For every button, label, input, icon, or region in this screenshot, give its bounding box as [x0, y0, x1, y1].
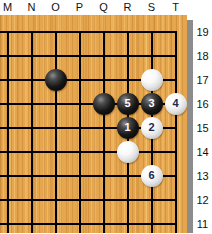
- move-number: 6: [148, 170, 154, 181]
- move-number: 5: [124, 98, 130, 109]
- stone-s16[interactable]: 3: [141, 93, 163, 115]
- move-number: 1: [124, 122, 130, 133]
- row-label-14: 14: [193, 144, 212, 160]
- row-label-15: 15: [193, 120, 212, 136]
- move-number: 3: [148, 98, 154, 109]
- stones-grid: 534126: [0, 20, 188, 234]
- column-label-n: N: [22, 0, 42, 15]
- column-label-o: O: [46, 0, 66, 15]
- row-label-18: 18: [193, 48, 212, 64]
- column-label-q: Q: [94, 0, 114, 15]
- stone-s13[interactable]: 6: [141, 165, 163, 187]
- stone-r15[interactable]: 1: [117, 117, 139, 139]
- row-label-17: 17: [193, 72, 212, 88]
- row-label-16: 16: [193, 96, 212, 112]
- board-shadow: [187, 20, 193, 233]
- column-label-r: R: [118, 0, 138, 15]
- move-number: 2: [148, 122, 154, 133]
- stone-t16[interactable]: 4: [165, 93, 187, 115]
- column-label-p: P: [70, 0, 90, 15]
- go-board-diagram: MNOPQRST 191817161514131211 534126: [0, 0, 212, 233]
- stone-s17[interactable]: [141, 69, 163, 91]
- stone-r14[interactable]: [117, 141, 139, 163]
- stone-q16[interactable]: [93, 93, 115, 115]
- column-labels: MNOPQRST: [0, 0, 212, 15]
- column-label-t: T: [166, 0, 186, 15]
- column-label-s: S: [142, 0, 162, 15]
- goban[interactable]: 534126: [0, 15, 187, 233]
- row-label-19: 19: [193, 24, 212, 40]
- row-label-13: 13: [193, 168, 212, 184]
- column-label-m: M: [0, 0, 18, 15]
- stone-o17[interactable]: [45, 69, 67, 91]
- stone-r16[interactable]: 5: [117, 93, 139, 115]
- row-labels: 191817161514131211: [193, 0, 212, 233]
- stone-s15[interactable]: 2: [141, 117, 163, 139]
- row-label-11: 11: [193, 216, 212, 232]
- row-label-12: 12: [193, 192, 212, 208]
- move-number: 4: [172, 98, 178, 109]
